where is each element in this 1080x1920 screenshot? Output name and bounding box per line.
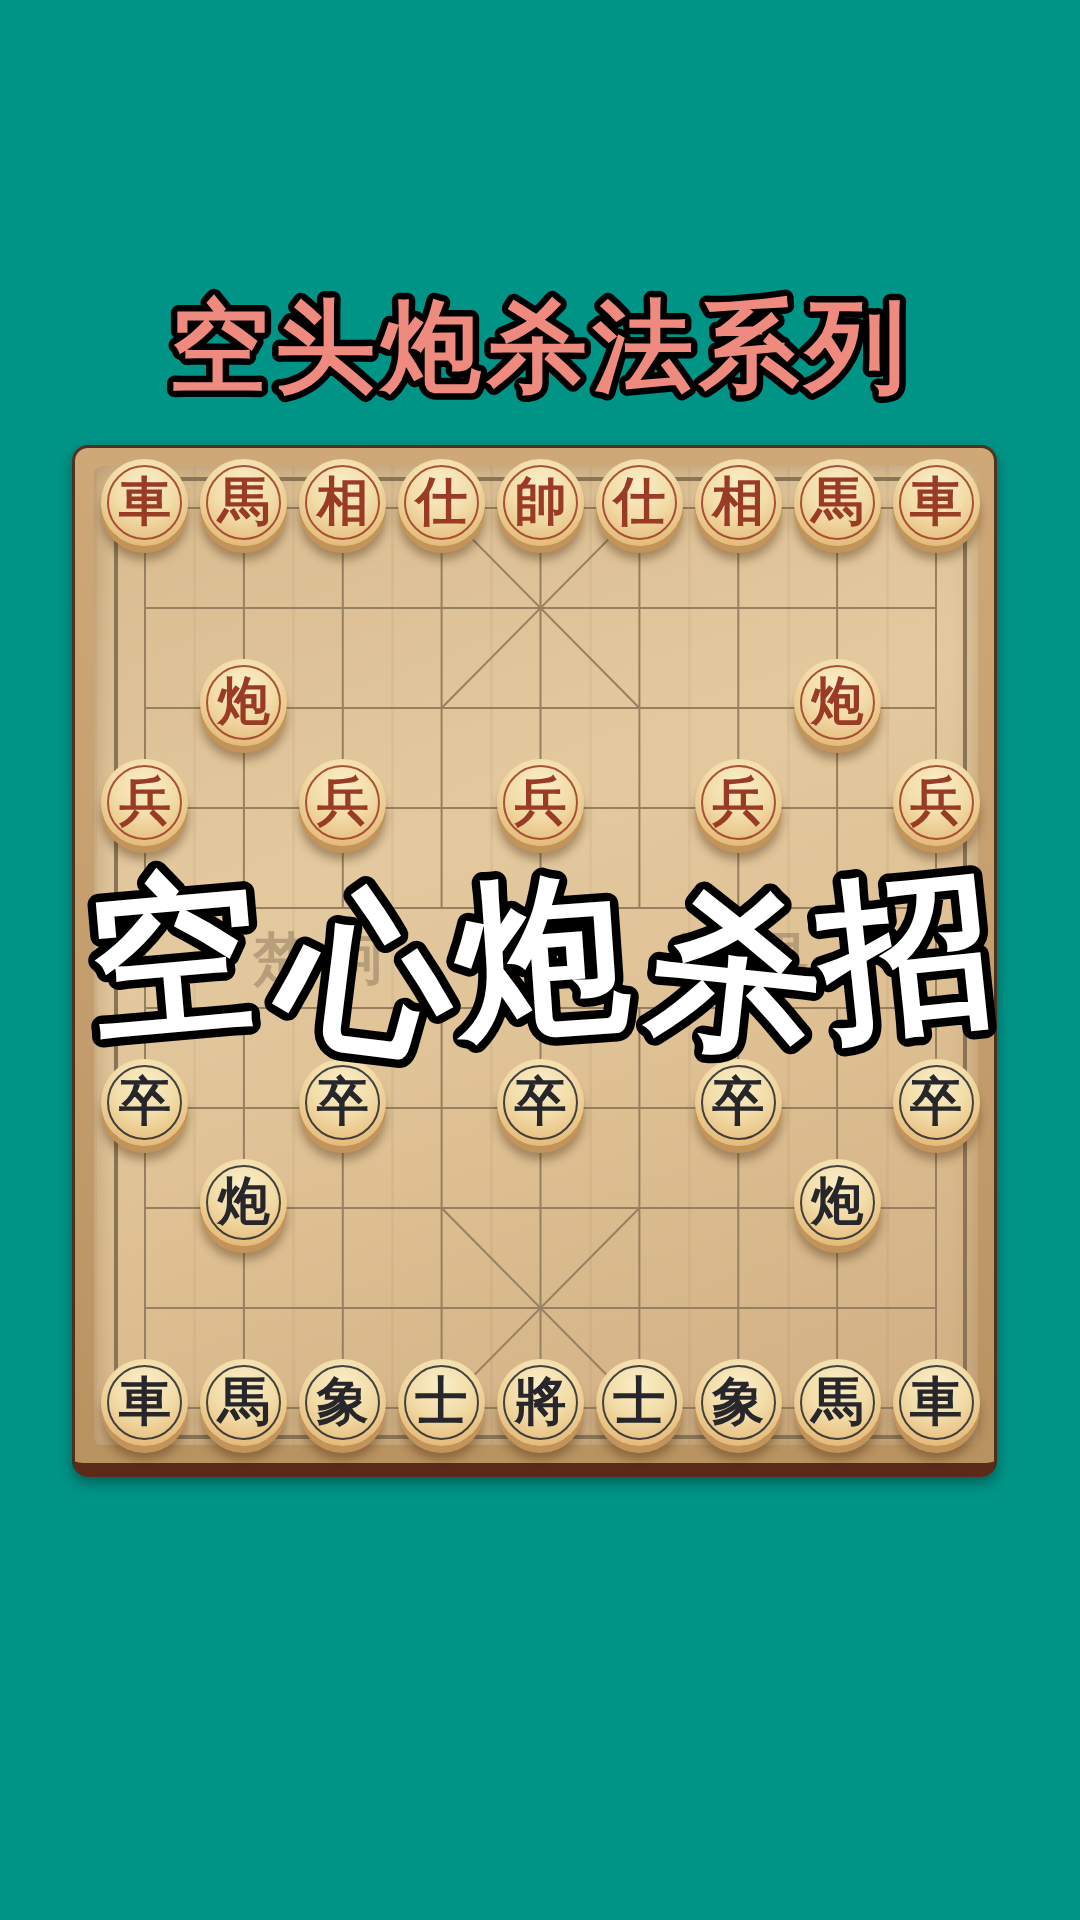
piece-black-horse[interactable]: 馬 xyxy=(794,1359,881,1446)
piece-black-elephant[interactable]: 象 xyxy=(299,1359,386,1446)
piece-red-cannon[interactable]: 炮 xyxy=(200,659,287,746)
screenshot-root: { "game": "xiangqi (Chinese chess)", "or… xyxy=(0,0,1080,1920)
piece-glyph: 卒 xyxy=(101,1059,188,1146)
piece-black-advisor[interactable]: 士 xyxy=(596,1359,683,1446)
piece-red-horse[interactable]: 馬 xyxy=(200,459,287,546)
piece-red-elephant[interactable]: 相 xyxy=(695,459,782,546)
piece-glyph: 兵 xyxy=(101,759,188,846)
piece-glyph: 兵 xyxy=(893,759,980,846)
piece-red-soldier[interactable]: 兵 xyxy=(893,759,980,846)
piece-red-soldier[interactable]: 兵 xyxy=(695,759,782,846)
piece-black-cannon[interactable]: 炮 xyxy=(200,1159,287,1246)
piece-red-elephant[interactable]: 相 xyxy=(299,459,386,546)
piece-red-soldier[interactable]: 兵 xyxy=(299,759,386,846)
piece-black-cannon[interactable]: 炮 xyxy=(794,1159,881,1246)
piece-black-soldier[interactable]: 卒 xyxy=(695,1059,782,1146)
piece-red-soldier[interactable]: 兵 xyxy=(497,759,584,846)
piece-glyph: 相 xyxy=(695,459,782,546)
piece-red-soldier[interactable]: 兵 xyxy=(101,759,188,846)
piece-red-chariot[interactable]: 車 xyxy=(101,459,188,546)
piece-glyph: 相 xyxy=(299,459,386,546)
piece-black-chariot[interactable]: 車 xyxy=(893,1359,980,1446)
piece-glyph: 象 xyxy=(695,1359,782,1446)
piece-glyph: 馬 xyxy=(794,459,881,546)
piece-black-soldier[interactable]: 卒 xyxy=(497,1059,584,1146)
piece-glyph: 車 xyxy=(893,1359,980,1446)
piece-black-horse[interactable]: 馬 xyxy=(200,1359,287,1446)
title-banner: 空头炮杀法系列 xyxy=(0,250,1080,430)
piece-red-advisor[interactable]: 仕 xyxy=(596,459,683,546)
piece-glyph: 將 xyxy=(497,1359,584,1446)
piece-glyph: 仕 xyxy=(596,459,683,546)
piece-glyph: 車 xyxy=(101,459,188,546)
piece-black-soldier[interactable]: 卒 xyxy=(101,1059,188,1146)
piece-glyph: 卒 xyxy=(695,1059,782,1146)
piece-red-cannon[interactable]: 炮 xyxy=(794,659,881,746)
piece-red-chariot[interactable]: 車 xyxy=(893,459,980,546)
xiangqi-board[interactable]: 楚河 汉界 車馬相仕帥仕相馬車炮炮兵兵兵兵兵卒卒卒卒卒炮炮車馬象士將士象馬車 xyxy=(72,445,997,1477)
piece-glyph: 炮 xyxy=(794,659,881,746)
piece-glyph: 帥 xyxy=(497,459,584,546)
piece-black-chariot[interactable]: 車 xyxy=(101,1359,188,1446)
piece-glyph: 卒 xyxy=(893,1059,980,1146)
piece-glyph: 車 xyxy=(893,459,980,546)
piece-glyph: 兵 xyxy=(695,759,782,846)
piece-glyph: 士 xyxy=(596,1359,683,1446)
piece-black-soldier[interactable]: 卒 xyxy=(893,1059,980,1146)
piece-glyph: 卒 xyxy=(497,1059,584,1146)
piece-black-soldier[interactable]: 卒 xyxy=(299,1059,386,1146)
piece-glyph: 兵 xyxy=(497,759,584,846)
piece-red-advisor[interactable]: 仕 xyxy=(398,459,485,546)
piece-glyph: 炮 xyxy=(794,1159,881,1246)
piece-glyph: 仕 xyxy=(398,459,485,546)
piece-glyph: 卒 xyxy=(299,1059,386,1146)
piece-black-elephant[interactable]: 象 xyxy=(695,1359,782,1446)
piece-glyph: 炮 xyxy=(200,1159,287,1246)
piece-glyph: 炮 xyxy=(200,659,287,746)
piece-black-advisor[interactable]: 士 xyxy=(398,1359,485,1446)
page-title: 空头炮杀法系列 xyxy=(169,292,911,403)
piece-glyph: 兵 xyxy=(299,759,386,846)
piece-glyph: 馬 xyxy=(200,1359,287,1446)
piece-layer: 車馬相仕帥仕相馬車炮炮兵兵兵兵兵卒卒卒卒卒炮炮車馬象士將士象馬車 xyxy=(96,458,986,1458)
piece-black-general[interactable]: 將 xyxy=(497,1359,584,1446)
piece-glyph: 馬 xyxy=(200,459,287,546)
piece-red-horse[interactable]: 馬 xyxy=(794,459,881,546)
piece-glyph: 象 xyxy=(299,1359,386,1446)
piece-glyph: 車 xyxy=(101,1359,188,1446)
piece-glyph: 士 xyxy=(398,1359,485,1446)
piece-glyph: 馬 xyxy=(794,1359,881,1446)
piece-red-general[interactable]: 帥 xyxy=(497,459,584,546)
